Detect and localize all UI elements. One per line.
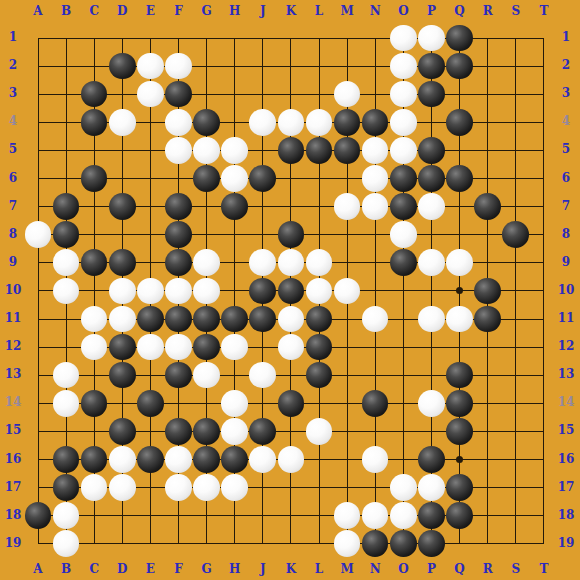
cell-L1[interactable] [305, 24, 333, 52]
cell-A12[interactable] [24, 333, 52, 361]
cell-B13[interactable]: ○ [52, 361, 80, 389]
cell-R18[interactable] [473, 502, 501, 530]
cell-H11[interactable]: ● [221, 305, 249, 333]
cell-S4[interactable] [502, 108, 530, 136]
cell-K16[interactable]: ○ [277, 445, 305, 473]
cell-P7[interactable]: ○ [417, 193, 445, 221]
cell-D19[interactable] [108, 530, 136, 558]
cell-S1[interactable] [502, 24, 530, 52]
cell-L16[interactable] [305, 445, 333, 473]
cell-M10[interactable]: ○ [333, 277, 361, 305]
cell-N5[interactable]: ○ [361, 136, 389, 164]
cell-D5[interactable] [108, 136, 136, 164]
cell-Q6[interactable]: ● [445, 164, 473, 192]
cell-C2[interactable] [80, 52, 108, 80]
cell-F12[interactable]: ○ [164, 333, 192, 361]
cell-N11[interactable]: ○ [361, 305, 389, 333]
cell-H2[interactable] [221, 52, 249, 80]
cell-R6[interactable] [473, 164, 501, 192]
cell-C18[interactable] [80, 502, 108, 530]
cell-G13[interactable]: ○ [193, 361, 221, 389]
cell-O14[interactable] [389, 389, 417, 417]
cell-T3[interactable] [530, 80, 558, 108]
cell-J17[interactable] [249, 473, 277, 501]
cell-E19[interactable] [136, 530, 164, 558]
cell-J16[interactable]: ○ [249, 445, 277, 473]
cell-C3[interactable]: ● [80, 80, 108, 108]
cell-D3[interactable] [108, 80, 136, 108]
cell-K2[interactable] [277, 52, 305, 80]
cell-K3[interactable] [277, 80, 305, 108]
cell-C7[interactable] [80, 193, 108, 221]
cell-J4[interactable]: ○ [249, 108, 277, 136]
cell-T12[interactable] [530, 333, 558, 361]
cell-B9[interactable]: ○ [52, 249, 80, 277]
cell-P13[interactable] [417, 361, 445, 389]
cell-C12[interactable]: ○ [80, 333, 108, 361]
cell-J1[interactable] [249, 24, 277, 52]
cell-R5[interactable] [473, 136, 501, 164]
cell-T19[interactable] [530, 530, 558, 558]
cell-P12[interactable] [417, 333, 445, 361]
cell-L4[interactable]: ○ [305, 108, 333, 136]
cell-B1[interactable] [52, 24, 80, 52]
cell-M15[interactable] [333, 417, 361, 445]
cell-G1[interactable] [193, 24, 221, 52]
cell-L6[interactable] [305, 164, 333, 192]
cell-D13[interactable]: ● [108, 361, 136, 389]
cell-E3[interactable]: ○ [136, 80, 164, 108]
cell-S7[interactable] [502, 193, 530, 221]
cell-S17[interactable] [502, 473, 530, 501]
cell-G17[interactable]: ○ [193, 473, 221, 501]
cell-T10[interactable] [530, 277, 558, 305]
cell-A7[interactable] [24, 193, 52, 221]
cell-R16[interactable] [473, 445, 501, 473]
cell-N3[interactable] [361, 80, 389, 108]
cell-T15[interactable] [530, 417, 558, 445]
cell-M18[interactable]: ○ [333, 502, 361, 530]
cell-P2[interactable]: ● [417, 52, 445, 80]
cell-Q9[interactable]: ○ [445, 249, 473, 277]
cell-B14[interactable]: ○ [52, 389, 80, 417]
cell-G14[interactable] [193, 389, 221, 417]
cell-K8[interactable]: ● [277, 221, 305, 249]
cell-R13[interactable] [473, 361, 501, 389]
cell-S2[interactable] [502, 52, 530, 80]
cell-K4[interactable]: ○ [277, 108, 305, 136]
cell-C4[interactable]: ● [80, 108, 108, 136]
cell-T17[interactable] [530, 473, 558, 501]
cell-R10[interactable]: ● [473, 277, 501, 305]
cell-F7[interactable]: ● [164, 193, 192, 221]
cell-J5[interactable] [249, 136, 277, 164]
cell-S9[interactable] [502, 249, 530, 277]
cell-A17[interactable] [24, 473, 52, 501]
cell-N19[interactable]: ● [361, 530, 389, 558]
cell-Q7[interactable] [445, 193, 473, 221]
cell-K19[interactable] [277, 530, 305, 558]
cell-A4[interactable] [24, 108, 52, 136]
cell-N12[interactable] [361, 333, 389, 361]
cell-Q16[interactable] [445, 445, 473, 473]
cell-Q5[interactable] [445, 136, 473, 164]
cell-J8[interactable] [249, 221, 277, 249]
cell-B15[interactable] [52, 417, 80, 445]
cell-S5[interactable] [502, 136, 530, 164]
cell-Q3[interactable] [445, 80, 473, 108]
cell-S3[interactable] [502, 80, 530, 108]
cell-A9[interactable] [24, 249, 52, 277]
cell-P4[interactable] [417, 108, 445, 136]
cell-T2[interactable] [530, 52, 558, 80]
cell-K5[interactable]: ● [277, 136, 305, 164]
cell-N1[interactable] [361, 24, 389, 52]
cell-S16[interactable] [502, 445, 530, 473]
cell-K15[interactable] [277, 417, 305, 445]
cell-N2[interactable] [361, 52, 389, 80]
cell-H18[interactable] [221, 502, 249, 530]
cell-E5[interactable] [136, 136, 164, 164]
cell-G2[interactable] [193, 52, 221, 80]
cell-O16[interactable] [389, 445, 417, 473]
cell-E2[interactable]: ○ [136, 52, 164, 80]
cell-K9[interactable]: ○ [277, 249, 305, 277]
cell-O12[interactable] [389, 333, 417, 361]
cell-B7[interactable]: ● [52, 193, 80, 221]
cell-E4[interactable] [136, 108, 164, 136]
cell-C8[interactable] [80, 221, 108, 249]
cell-E9[interactable] [136, 249, 164, 277]
cell-L5[interactable]: ● [305, 136, 333, 164]
cell-T8[interactable] [530, 221, 558, 249]
cell-D16[interactable]: ○ [108, 445, 136, 473]
cell-O3[interactable]: ○ [389, 80, 417, 108]
cell-Q17[interactable]: ● [445, 473, 473, 501]
cell-S12[interactable] [502, 333, 530, 361]
cell-A11[interactable] [24, 305, 52, 333]
cell-P9[interactable]: ○ [417, 249, 445, 277]
cell-J3[interactable] [249, 80, 277, 108]
cell-K11[interactable]: ○ [277, 305, 305, 333]
cell-J14[interactable] [249, 389, 277, 417]
cell-G19[interactable] [193, 530, 221, 558]
cell-B3[interactable] [52, 80, 80, 108]
cell-D14[interactable] [108, 389, 136, 417]
cell-P10[interactable] [417, 277, 445, 305]
cell-P8[interactable] [417, 221, 445, 249]
cell-D18[interactable] [108, 502, 136, 530]
cell-N15[interactable] [361, 417, 389, 445]
cell-S13[interactable] [502, 361, 530, 389]
cell-Q2[interactable]: ● [445, 52, 473, 80]
cell-K7[interactable] [277, 193, 305, 221]
cell-Q14[interactable]: ● [445, 389, 473, 417]
cell-M6[interactable] [333, 164, 361, 192]
cell-F13[interactable]: ● [164, 361, 192, 389]
cell-D6[interactable] [108, 164, 136, 192]
cell-F9[interactable]: ● [164, 249, 192, 277]
cell-B19[interactable]: ○ [52, 530, 80, 558]
cell-G11[interactable]: ● [193, 305, 221, 333]
cell-S11[interactable] [502, 305, 530, 333]
cell-G3[interactable] [193, 80, 221, 108]
cell-D4[interactable]: ○ [108, 108, 136, 136]
cell-N16[interactable]: ○ [361, 445, 389, 473]
cell-K17[interactable] [277, 473, 305, 501]
cell-K14[interactable]: ● [277, 389, 305, 417]
cell-E16[interactable]: ● [136, 445, 164, 473]
cell-K12[interactable]: ○ [277, 333, 305, 361]
cell-P17[interactable]: ○ [417, 473, 445, 501]
cell-F5[interactable]: ○ [164, 136, 192, 164]
cell-A19[interactable] [24, 530, 52, 558]
cell-R9[interactable] [473, 249, 501, 277]
cell-O1[interactable]: ○ [389, 24, 417, 52]
cell-M8[interactable] [333, 221, 361, 249]
cell-L15[interactable]: ○ [305, 417, 333, 445]
cell-L11[interactable]: ● [305, 305, 333, 333]
cell-M12[interactable] [333, 333, 361, 361]
cell-O2[interactable]: ○ [389, 52, 417, 80]
cell-E6[interactable] [136, 164, 164, 192]
cell-S19[interactable] [502, 530, 530, 558]
cell-N18[interactable]: ○ [361, 502, 389, 530]
cell-M13[interactable] [333, 361, 361, 389]
cell-F10[interactable]: ○ [164, 277, 192, 305]
cell-L17[interactable] [305, 473, 333, 501]
cell-T16[interactable] [530, 445, 558, 473]
cell-D1[interactable] [108, 24, 136, 52]
cell-L2[interactable] [305, 52, 333, 80]
cell-L7[interactable] [305, 193, 333, 221]
cell-H8[interactable] [221, 221, 249, 249]
cell-A8[interactable]: ○ [24, 221, 52, 249]
cell-M16[interactable] [333, 445, 361, 473]
cell-B17[interactable]: ● [52, 473, 80, 501]
cell-O9[interactable]: ● [389, 249, 417, 277]
cell-P11[interactable]: ○ [417, 305, 445, 333]
cell-G4[interactable]: ● [193, 108, 221, 136]
cell-K18[interactable] [277, 502, 305, 530]
cell-M9[interactable] [333, 249, 361, 277]
cell-F6[interactable] [164, 164, 192, 192]
cell-K10[interactable]: ● [277, 277, 305, 305]
cell-A16[interactable] [24, 445, 52, 473]
cell-C13[interactable] [80, 361, 108, 389]
cell-M2[interactable] [333, 52, 361, 80]
cell-E1[interactable] [136, 24, 164, 52]
cell-N10[interactable] [361, 277, 389, 305]
cell-C14[interactable]: ● [80, 389, 108, 417]
cell-A13[interactable] [24, 361, 52, 389]
cell-F3[interactable]: ● [164, 80, 192, 108]
cell-J7[interactable] [249, 193, 277, 221]
cell-R17[interactable] [473, 473, 501, 501]
cell-J10[interactable]: ● [249, 277, 277, 305]
cell-D11[interactable]: ○ [108, 305, 136, 333]
cell-F2[interactable]: ○ [164, 52, 192, 80]
cell-O6[interactable]: ● [389, 164, 417, 192]
cell-B8[interactable]: ● [52, 221, 80, 249]
cell-N8[interactable] [361, 221, 389, 249]
cell-A18[interactable]: ● [24, 502, 52, 530]
cell-G8[interactable] [193, 221, 221, 249]
cell-P14[interactable]: ○ [417, 389, 445, 417]
cell-E8[interactable] [136, 221, 164, 249]
cell-A3[interactable] [24, 80, 52, 108]
cell-E12[interactable]: ○ [136, 333, 164, 361]
cell-H5[interactable]: ○ [221, 136, 249, 164]
cell-R19[interactable] [473, 530, 501, 558]
cell-L14[interactable] [305, 389, 333, 417]
cell-J15[interactable]: ● [249, 417, 277, 445]
cell-M5[interactable]: ● [333, 136, 361, 164]
cell-R7[interactable]: ● [473, 193, 501, 221]
cell-J12[interactable] [249, 333, 277, 361]
cell-J2[interactable] [249, 52, 277, 80]
cell-A15[interactable] [24, 417, 52, 445]
cell-H7[interactable]: ● [221, 193, 249, 221]
cell-H17[interactable]: ○ [221, 473, 249, 501]
cell-N9[interactable] [361, 249, 389, 277]
cell-Q11[interactable]: ○ [445, 305, 473, 333]
cell-N17[interactable] [361, 473, 389, 501]
cell-M17[interactable] [333, 473, 361, 501]
cell-C17[interactable]: ○ [80, 473, 108, 501]
cell-S6[interactable] [502, 164, 530, 192]
cell-Q10[interactable] [445, 277, 473, 305]
cell-L8[interactable] [305, 221, 333, 249]
cell-M1[interactable] [333, 24, 361, 52]
cell-E15[interactable] [136, 417, 164, 445]
cell-C19[interactable] [80, 530, 108, 558]
cell-Q12[interactable] [445, 333, 473, 361]
cell-F4[interactable]: ○ [164, 108, 192, 136]
cell-O7[interactable]: ● [389, 193, 417, 221]
cell-E11[interactable]: ● [136, 305, 164, 333]
cell-J6[interactable]: ● [249, 164, 277, 192]
cell-J19[interactable] [249, 530, 277, 558]
cell-R11[interactable]: ● [473, 305, 501, 333]
cell-P1[interactable]: ○ [417, 24, 445, 52]
cell-C5[interactable] [80, 136, 108, 164]
cell-Q18[interactable]: ● [445, 502, 473, 530]
cell-D10[interactable]: ○ [108, 277, 136, 305]
cell-K13[interactable] [277, 361, 305, 389]
cell-G16[interactable]: ● [193, 445, 221, 473]
cell-A1[interactable] [24, 24, 52, 52]
cell-F17[interactable]: ○ [164, 473, 192, 501]
cell-F19[interactable] [164, 530, 192, 558]
cell-C9[interactable]: ● [80, 249, 108, 277]
cell-P19[interactable]: ● [417, 530, 445, 558]
cell-C10[interactable] [80, 277, 108, 305]
cell-E14[interactable]: ● [136, 389, 164, 417]
cell-J18[interactable] [249, 502, 277, 530]
cell-D2[interactable]: ● [108, 52, 136, 80]
cell-R4[interactable] [473, 108, 501, 136]
cell-L12[interactable]: ● [305, 333, 333, 361]
cell-C1[interactable] [80, 24, 108, 52]
cell-T13[interactable] [530, 361, 558, 389]
cell-E7[interactable] [136, 193, 164, 221]
cell-C15[interactable] [80, 417, 108, 445]
cell-R12[interactable] [473, 333, 501, 361]
cell-L18[interactable] [305, 502, 333, 530]
cell-Q15[interactable]: ● [445, 417, 473, 445]
cell-R15[interactable] [473, 417, 501, 445]
cell-B5[interactable] [52, 136, 80, 164]
cell-N4[interactable]: ● [361, 108, 389, 136]
cell-G18[interactable] [193, 502, 221, 530]
cell-H10[interactable] [221, 277, 249, 305]
cell-F15[interactable]: ● [164, 417, 192, 445]
cell-O8[interactable]: ○ [389, 221, 417, 249]
cell-E13[interactable] [136, 361, 164, 389]
cell-R14[interactable] [473, 389, 501, 417]
cell-H1[interactable] [221, 24, 249, 52]
cell-R1[interactable] [473, 24, 501, 52]
cell-P3[interactable]: ● [417, 80, 445, 108]
cell-S14[interactable] [502, 389, 530, 417]
cell-F11[interactable]: ● [164, 305, 192, 333]
cell-B18[interactable]: ○ [52, 502, 80, 530]
cell-T4[interactable] [530, 108, 558, 136]
cell-O17[interactable]: ○ [389, 473, 417, 501]
cell-D7[interactable]: ● [108, 193, 136, 221]
cell-M7[interactable]: ○ [333, 193, 361, 221]
cell-H13[interactable] [221, 361, 249, 389]
cell-A2[interactable] [24, 52, 52, 80]
cell-H4[interactable] [221, 108, 249, 136]
cell-R2[interactable] [473, 52, 501, 80]
cell-O13[interactable] [389, 361, 417, 389]
cell-K6[interactable] [277, 164, 305, 192]
cell-G5[interactable]: ○ [193, 136, 221, 164]
cell-D15[interactable]: ● [108, 417, 136, 445]
cell-O10[interactable] [389, 277, 417, 305]
cell-R3[interactable] [473, 80, 501, 108]
cell-O18[interactable]: ○ [389, 502, 417, 530]
cell-T18[interactable] [530, 502, 558, 530]
cell-C11[interactable]: ○ [80, 305, 108, 333]
cell-H9[interactable] [221, 249, 249, 277]
cell-E18[interactable] [136, 502, 164, 530]
cell-A5[interactable] [24, 136, 52, 164]
cell-J9[interactable]: ○ [249, 249, 277, 277]
cell-S18[interactable] [502, 502, 530, 530]
cell-H6[interactable]: ○ [221, 164, 249, 192]
cell-J13[interactable]: ○ [249, 361, 277, 389]
cell-Q8[interactable] [445, 221, 473, 249]
cell-P18[interactable]: ● [417, 502, 445, 530]
cell-M11[interactable] [333, 305, 361, 333]
cell-N6[interactable]: ○ [361, 164, 389, 192]
cell-N14[interactable]: ● [361, 389, 389, 417]
cell-F14[interactable] [164, 389, 192, 417]
cell-O4[interactable]: ○ [389, 108, 417, 136]
cell-L13[interactable]: ● [305, 361, 333, 389]
cell-T9[interactable] [530, 249, 558, 277]
cell-F1[interactable] [164, 24, 192, 52]
cell-H15[interactable]: ○ [221, 417, 249, 445]
cell-B6[interactable] [52, 164, 80, 192]
cell-B4[interactable] [52, 108, 80, 136]
cell-G15[interactable]: ● [193, 417, 221, 445]
cell-O15[interactable] [389, 417, 417, 445]
cell-T11[interactable] [530, 305, 558, 333]
